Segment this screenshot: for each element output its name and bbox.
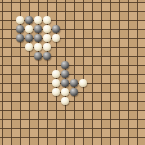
black-stone — [25, 34, 33, 42]
black-stone — [61, 70, 69, 78]
white-stone — [16, 16, 24, 24]
grid-line-vertical — [74, 0, 75, 145]
black-stone — [70, 88, 78, 96]
grid-line-vertical — [11, 0, 12, 145]
grid-line-horizontal — [0, 137, 145, 138]
white-stone — [52, 88, 60, 96]
white-stone — [43, 16, 51, 24]
white-stone — [61, 88, 69, 96]
grid-line-horizontal — [0, 65, 145, 66]
black-stone — [70, 79, 78, 87]
black-stone — [16, 34, 24, 42]
grid-line-vertical — [128, 0, 129, 145]
grid-line-horizontal — [0, 11, 145, 12]
grid-line-vertical — [101, 0, 102, 145]
grid-line-horizontal — [0, 101, 145, 102]
black-stone — [34, 34, 42, 42]
white-stone — [61, 97, 69, 105]
grid-line-horizontal — [0, 2, 145, 3]
white-stone — [43, 25, 51, 33]
grid-line-vertical — [83, 0, 84, 145]
white-stone — [52, 79, 60, 87]
white-stone — [34, 43, 42, 51]
grid-line-horizontal — [0, 56, 145, 57]
grid-line-vertical — [110, 0, 111, 145]
grid-line-horizontal — [0, 110, 145, 111]
grid-line-horizontal — [0, 119, 145, 120]
grid-line-horizontal — [0, 128, 145, 129]
black-stone — [52, 25, 60, 33]
grid-line-vertical — [137, 0, 138, 145]
white-stone — [79, 79, 87, 87]
goban[interactable] — [0, 0, 145, 145]
white-stone — [34, 16, 42, 24]
grid-line-horizontal — [0, 74, 145, 75]
black-stone — [16, 25, 24, 33]
black-stone — [34, 25, 42, 33]
grid-line-vertical — [2, 0, 3, 145]
white-stone — [25, 43, 33, 51]
white-stone — [43, 43, 51, 51]
grid-line-vertical — [92, 0, 93, 145]
black-stone — [61, 79, 69, 87]
black-stone — [25, 16, 33, 24]
black-stone — [34, 52, 42, 60]
black-stone — [61, 61, 69, 69]
white-stone — [52, 70, 60, 78]
grid-line-horizontal — [0, 47, 145, 48]
white-stone — [52, 34, 60, 42]
black-stone — [43, 52, 51, 60]
screenshot-stage — [0, 0, 145, 145]
white-stone — [25, 25, 33, 33]
white-stone — [43, 34, 51, 42]
grid-line-vertical — [119, 0, 120, 145]
